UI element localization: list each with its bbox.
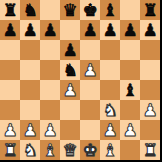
- piece-black-queen[interactable]: ♛: [62, 0, 77, 20]
- square-a1[interactable]: ♜: [0, 140, 20, 160]
- square-a2[interactable]: ♟: [0, 120, 20, 140]
- piece-white-pawn[interactable]: ♟: [102, 120, 117, 140]
- square-g7[interactable]: ♟: [120, 20, 140, 40]
- piece-white-pawn[interactable]: ♟: [82, 60, 97, 80]
- piece-white-pawn[interactable]: ♟: [62, 80, 77, 100]
- piece-white-pawn[interactable]: ♟: [122, 120, 137, 140]
- piece-white-king[interactable]: ♚: [82, 140, 97, 160]
- square-f3[interactable]: ♞: [100, 100, 120, 120]
- piece-white-knight[interactable]: ♞: [22, 140, 37, 160]
- square-d3[interactable]: [60, 100, 80, 120]
- square-e1[interactable]: ♚: [80, 140, 100, 160]
- piece-black-pawn[interactable]: ♟: [102, 20, 117, 40]
- square-e7[interactable]: ♟: [80, 20, 100, 40]
- square-g5[interactable]: [120, 60, 140, 80]
- square-h3[interactable]: ♟: [140, 100, 160, 120]
- piece-black-pawn[interactable]: ♟: [42, 20, 57, 40]
- square-b2[interactable]: ♟: [20, 120, 40, 140]
- square-c8[interactable]: [40, 0, 60, 20]
- square-d2[interactable]: [60, 120, 80, 140]
- piece-black-pawn[interactable]: ♟: [22, 20, 37, 40]
- square-a4[interactable]: [0, 80, 20, 100]
- piece-white-bishop[interactable]: ♝: [102, 140, 117, 160]
- square-e2[interactable]: [80, 120, 100, 140]
- piece-black-knight[interactable]: ♞: [62, 60, 77, 80]
- square-g8[interactable]: [120, 0, 140, 20]
- square-h7[interactable]: ♟: [140, 20, 160, 40]
- square-c1[interactable]: ♝: [40, 140, 60, 160]
- piece-black-pawn[interactable]: ♟: [82, 20, 97, 40]
- square-h2[interactable]: [140, 120, 160, 140]
- square-c3[interactable]: [40, 100, 60, 120]
- piece-white-pawn[interactable]: ♟: [22, 120, 37, 140]
- piece-white-pawn[interactable]: ♟: [142, 100, 157, 120]
- square-f4[interactable]: [100, 80, 120, 100]
- square-b5[interactable]: [20, 60, 40, 80]
- square-c4[interactable]: [40, 80, 60, 100]
- square-f7[interactable]: ♟: [100, 20, 120, 40]
- piece-black-rook[interactable]: ♜: [2, 0, 17, 20]
- square-e4[interactable]: [80, 80, 100, 100]
- square-e3[interactable]: [80, 100, 100, 120]
- square-a5[interactable]: [0, 60, 20, 80]
- piece-black-bishop[interactable]: ♝: [102, 0, 117, 20]
- square-d6[interactable]: ♟: [60, 40, 80, 60]
- square-f8[interactable]: ♝: [100, 0, 120, 20]
- square-d5[interactable]: ♞: [60, 60, 80, 80]
- square-h6[interactable]: [140, 40, 160, 60]
- square-b3[interactable]: [20, 100, 40, 120]
- board-grid: ♜♞♛♚♝♜♟♟♟♟♟♟♟♟♞♟♟♝♞♟♟♟♟♟♟♜♞♝♛♚♝♜: [0, 0, 160, 160]
- piece-white-rook[interactable]: ♜: [142, 140, 157, 160]
- square-a7[interactable]: ♟: [0, 20, 20, 40]
- square-e8[interactable]: ♚: [80, 0, 100, 20]
- square-c7[interactable]: ♟: [40, 20, 60, 40]
- square-f1[interactable]: ♝: [100, 140, 120, 160]
- square-a6[interactable]: [0, 40, 20, 60]
- square-e5[interactable]: ♟: [80, 60, 100, 80]
- square-g1[interactable]: [120, 140, 140, 160]
- square-d4[interactable]: ♟: [60, 80, 80, 100]
- square-b4[interactable]: [20, 80, 40, 100]
- square-d1[interactable]: ♛: [60, 140, 80, 160]
- square-g4[interactable]: ♝: [120, 80, 140, 100]
- square-g3[interactable]: [120, 100, 140, 120]
- piece-black-rook[interactable]: ♜: [142, 0, 157, 20]
- square-b7[interactable]: ♟: [20, 20, 40, 40]
- piece-white-bishop[interactable]: ♝: [42, 140, 57, 160]
- square-b8[interactable]: ♞: [20, 0, 40, 20]
- square-c6[interactable]: [40, 40, 60, 60]
- square-h4[interactable]: [140, 80, 160, 100]
- square-c2[interactable]: ♟: [40, 120, 60, 140]
- square-b6[interactable]: [20, 40, 40, 60]
- piece-black-pawn[interactable]: ♟: [142, 20, 157, 40]
- piece-white-pawn[interactable]: ♟: [42, 120, 57, 140]
- square-d7[interactable]: [60, 20, 80, 40]
- square-h1[interactable]: ♜: [140, 140, 160, 160]
- piece-black-pawn[interactable]: ♟: [62, 40, 77, 60]
- piece-black-bishop[interactable]: ♝: [122, 80, 137, 100]
- square-c5[interactable]: [40, 60, 60, 80]
- square-h5[interactable]: [140, 60, 160, 80]
- square-f6[interactable]: [100, 40, 120, 60]
- chessboard: ♜♞♛♚♝♜♟♟♟♟♟♟♟♟♞♟♟♝♞♟♟♟♟♟♟♜♞♝♛♚♝♜: [0, 0, 162, 162]
- square-b1[interactable]: ♞: [20, 140, 40, 160]
- square-a3[interactable]: [0, 100, 20, 120]
- square-f2[interactable]: ♟: [100, 120, 120, 140]
- square-h8[interactable]: ♜: [140, 0, 160, 20]
- piece-white-rook[interactable]: ♜: [2, 140, 17, 160]
- square-g2[interactable]: ♟: [120, 120, 140, 140]
- square-f5[interactable]: [100, 60, 120, 80]
- piece-black-king[interactable]: ♚: [82, 0, 97, 20]
- square-e6[interactable]: [80, 40, 100, 60]
- square-d8[interactable]: ♛: [60, 0, 80, 20]
- square-g6[interactable]: [120, 40, 140, 60]
- piece-white-pawn[interactable]: ♟: [2, 120, 17, 140]
- piece-black-knight[interactable]: ♞: [22, 0, 37, 20]
- piece-white-knight[interactable]: ♞: [102, 100, 117, 120]
- square-a8[interactable]: ♜: [0, 0, 20, 20]
- piece-white-queen[interactable]: ♛: [62, 140, 77, 160]
- piece-black-pawn[interactable]: ♟: [2, 20, 17, 40]
- piece-black-pawn[interactable]: ♟: [122, 20, 137, 40]
